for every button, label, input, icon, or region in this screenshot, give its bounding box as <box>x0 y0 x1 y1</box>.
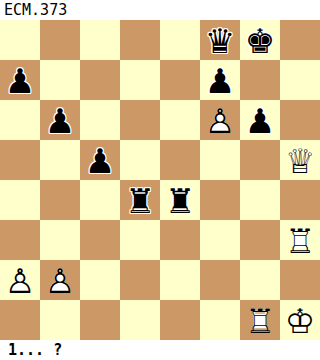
square-f3[interactable] <box>200 220 240 260</box>
square-d2[interactable] <box>120 260 160 300</box>
square-d3[interactable] <box>120 220 160 260</box>
piece-white-rook[interactable]: ♜♖ <box>280 220 320 260</box>
square-f4[interactable] <box>200 180 240 220</box>
piece-black-rook[interactable]: ♜ <box>120 180 160 220</box>
square-g2[interactable] <box>240 260 280 300</box>
square-g5[interactable] <box>240 140 280 180</box>
square-a7[interactable]: ♟ <box>0 60 40 100</box>
square-d6[interactable] <box>120 100 160 140</box>
square-c3[interactable] <box>80 220 120 260</box>
square-h3[interactable]: ♜♖ <box>280 220 320 260</box>
square-c2[interactable] <box>80 260 120 300</box>
square-h5[interactable]: ♛♕ <box>280 140 320 180</box>
square-c6[interactable] <box>80 100 120 140</box>
white-piece-outline: ♙ <box>40 260 80 300</box>
piece-white-king[interactable]: ♚♔ <box>280 300 320 340</box>
square-d7[interactable] <box>120 60 160 100</box>
square-a8[interactable] <box>0 20 40 60</box>
piece-black-pawn[interactable]: ♟ <box>240 100 280 140</box>
square-b8[interactable] <box>40 20 80 60</box>
black-piece-glyph: ♟ <box>80 140 120 180</box>
square-f2[interactable] <box>200 260 240 300</box>
square-c1[interactable] <box>80 300 120 340</box>
square-h1[interactable]: ♚♔ <box>280 300 320 340</box>
black-piece-glyph: ♛ <box>200 20 240 60</box>
square-b3[interactable] <box>40 220 80 260</box>
white-piece-outline: ♙ <box>0 260 40 300</box>
square-c7[interactable] <box>80 60 120 100</box>
white-piece-outline: ♙ <box>200 100 240 140</box>
square-f5[interactable] <box>200 140 240 180</box>
square-g3[interactable] <box>240 220 280 260</box>
square-b2[interactable]: ♟♙ <box>40 260 80 300</box>
black-piece-glyph: ♚ <box>240 20 280 60</box>
square-b7[interactable] <box>40 60 80 100</box>
piece-black-pawn[interactable]: ♟ <box>40 100 80 140</box>
square-c5[interactable]: ♟ <box>80 140 120 180</box>
square-d1[interactable] <box>120 300 160 340</box>
piece-white-queen[interactable]: ♛♕ <box>280 140 320 180</box>
white-piece-outline: ♖ <box>240 300 280 340</box>
piece-black-king[interactable]: ♚ <box>240 20 280 60</box>
square-f7[interactable]: ♟ <box>200 60 240 100</box>
black-piece-glyph: ♜ <box>160 180 200 220</box>
piece-white-pawn[interactable]: ♟♙ <box>200 100 240 140</box>
square-a1[interactable] <box>0 300 40 340</box>
white-piece-outline: ♕ <box>280 140 320 180</box>
square-g1[interactable]: ♜♖ <box>240 300 280 340</box>
square-g7[interactable] <box>240 60 280 100</box>
square-e8[interactable] <box>160 20 200 60</box>
white-piece-outline: ♔ <box>280 300 320 340</box>
square-d4[interactable]: ♜ <box>120 180 160 220</box>
square-e6[interactable] <box>160 100 200 140</box>
piece-black-pawn[interactable]: ♟ <box>200 60 240 100</box>
white-piece-outline: ♖ <box>280 220 320 260</box>
black-piece-glyph: ♜ <box>120 180 160 220</box>
square-b4[interactable] <box>40 180 80 220</box>
square-h6[interactable] <box>280 100 320 140</box>
move-prompt: 1... ? <box>0 340 320 360</box>
black-piece-glyph: ♟ <box>40 100 80 140</box>
piece-black-pawn[interactable]: ♟ <box>80 140 120 180</box>
black-piece-glyph: ♟ <box>240 100 280 140</box>
square-h8[interactable] <box>280 20 320 60</box>
square-b6[interactable]: ♟ <box>40 100 80 140</box>
square-f8[interactable]: ♛ <box>200 20 240 60</box>
square-a4[interactable] <box>0 180 40 220</box>
square-a6[interactable] <box>0 100 40 140</box>
square-b1[interactable] <box>40 300 80 340</box>
square-e2[interactable] <box>160 260 200 300</box>
piece-black-queen[interactable]: ♛ <box>200 20 240 60</box>
black-piece-glyph: ♟ <box>0 60 40 100</box>
square-e1[interactable] <box>160 300 200 340</box>
square-c4[interactable] <box>80 180 120 220</box>
square-f6[interactable]: ♟♙ <box>200 100 240 140</box>
square-a5[interactable] <box>0 140 40 180</box>
square-h2[interactable] <box>280 260 320 300</box>
square-d5[interactable] <box>120 140 160 180</box>
piece-black-rook[interactable]: ♜ <box>160 180 200 220</box>
square-g6[interactable]: ♟ <box>240 100 280 140</box>
piece-white-pawn[interactable]: ♟♙ <box>0 260 40 300</box>
square-c8[interactable] <box>80 20 120 60</box>
square-f1[interactable] <box>200 300 240 340</box>
square-e4[interactable]: ♜ <box>160 180 200 220</box>
square-e5[interactable] <box>160 140 200 180</box>
black-piece-glyph: ♟ <box>200 60 240 100</box>
square-h4[interactable] <box>280 180 320 220</box>
square-b5[interactable] <box>40 140 80 180</box>
square-h7[interactable] <box>280 60 320 100</box>
piece-black-pawn[interactable]: ♟ <box>0 60 40 100</box>
chess-board: ♛♚♟♟♟♟♙♟♟♛♕♜♜♜♖♟♙♟♙♜♖♚♔ <box>0 20 320 340</box>
piece-white-rook[interactable]: ♜♖ <box>240 300 280 340</box>
square-g8[interactable]: ♚ <box>240 20 280 60</box>
square-e3[interactable] <box>160 220 200 260</box>
square-a3[interactable] <box>0 220 40 260</box>
square-a2[interactable]: ♟♙ <box>0 260 40 300</box>
square-d8[interactable] <box>120 20 160 60</box>
page-title: ECM.373 <box>0 0 320 20</box>
piece-white-pawn[interactable]: ♟♙ <box>40 260 80 300</box>
square-g4[interactable] <box>240 180 280 220</box>
square-e7[interactable] <box>160 60 200 100</box>
